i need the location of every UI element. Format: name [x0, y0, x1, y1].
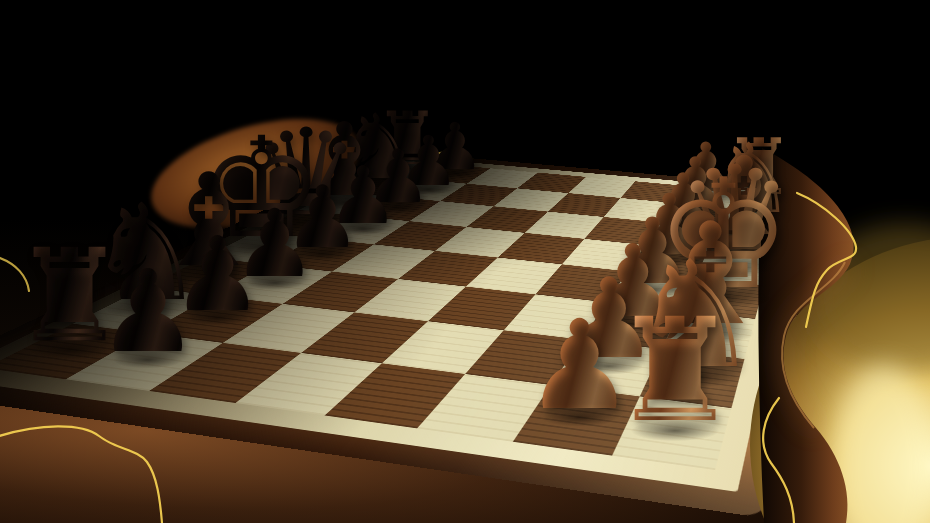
white-rook[interactable]: ♜ — [611, 299, 739, 442]
black-pawn[interactable]: ♟ — [97, 256, 199, 370]
chess-scene: ♜♞♝♛♚♝♞♜♟♟♟♟♟♟♟♟♟♟♟♟♟♟♟♟♜♞♝♛♚♝♞♜ — [0, 0, 930, 523]
pieces-layer: ♜♞♝♛♚♝♞♜♟♟♟♟♟♟♟♟♟♟♟♟♟♟♟♟♜♞♝♛♚♝♞♜ — [0, 0, 930, 523]
